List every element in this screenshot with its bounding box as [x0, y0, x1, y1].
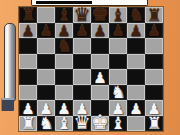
- square-a5[interactable]: [19, 54, 37, 70]
- square-d7[interactable]: ♟: [73, 23, 91, 39]
- square-c5[interactable]: [55, 54, 73, 70]
- black-pawn[interactable]: ♟: [129, 24, 142, 39]
- square-f3[interactable]: ♞: [109, 85, 127, 101]
- square-b6[interactable]: [37, 38, 55, 54]
- square-g3[interactable]: [127, 85, 145, 101]
- black-knight[interactable]: ♞: [56, 38, 71, 55]
- square-f1[interactable]: ♝: [109, 116, 127, 132]
- black-knight[interactable]: ♞: [128, 7, 143, 24]
- white-rook[interactable]: ♜: [20, 115, 35, 132]
- square-f6[interactable]: [109, 38, 127, 54]
- black-pawn[interactable]: ♟: [21, 24, 34, 39]
- black-king[interactable]: ♚: [91, 4, 109, 24]
- white-rook[interactable]: ♜: [146, 115, 161, 132]
- square-a3[interactable]: [19, 85, 37, 101]
- black-pawn[interactable]: ♟: [147, 24, 160, 39]
- square-h5[interactable]: [145, 54, 163, 70]
- white-pawn[interactable]: ♟: [93, 71, 106, 86]
- square-e4[interactable]: ♟: [91, 69, 109, 85]
- square-h7[interactable]: ♟: [145, 23, 163, 39]
- black-queen[interactable]: ♛: [73, 5, 90, 24]
- square-d6[interactable]: [73, 38, 91, 54]
- square-d4[interactable]: [73, 69, 91, 85]
- square-a6[interactable]: [19, 38, 37, 54]
- black-bishop[interactable]: ♝: [56, 7, 71, 24]
- square-a7[interactable]: ♟: [19, 23, 37, 39]
- chess-board: ♜♝♛♚♝♞♜♟♟♟♟♟♟♟♟♞♟♞♟♟♟♟♟♟♟♜♞♝♛♚♝♜: [19, 7, 163, 131]
- black-rook[interactable]: ♜: [146, 7, 161, 24]
- square-b4[interactable]: [37, 69, 55, 85]
- square-d1[interactable]: ♛: [73, 116, 91, 132]
- square-g6[interactable]: [127, 38, 145, 54]
- square-h8[interactable]: ♜: [145, 7, 163, 23]
- square-g4[interactable]: [127, 69, 145, 85]
- square-g8[interactable]: ♞: [127, 7, 145, 23]
- white-knight[interactable]: ♞: [38, 115, 53, 132]
- square-e5[interactable]: [91, 54, 109, 70]
- white-bishop[interactable]: ♝: [110, 115, 125, 132]
- square-d5[interactable]: [73, 54, 91, 70]
- square-g5[interactable]: [127, 54, 145, 70]
- square-b3[interactable]: [37, 85, 55, 101]
- square-c8[interactable]: ♝: [55, 7, 73, 23]
- square-h4[interactable]: [145, 69, 163, 85]
- chess-game-screen: ♜♝♛♚♝♞♜♟♟♟♟♟♟♟♟♞♟♞♟♟♟♟♟♟♟♜♞♝♛♚♝♜: [0, 0, 180, 135]
- white-pawn[interactable]: ♟: [129, 102, 142, 117]
- square-h6[interactable]: [145, 38, 163, 54]
- black-bishop[interactable]: ♝: [110, 7, 125, 24]
- square-b7[interactable]: ♟: [37, 23, 55, 39]
- square-e6[interactable]: [91, 38, 109, 54]
- black-pawn[interactable]: ♟: [111, 24, 124, 39]
- square-a8[interactable]: ♜: [19, 7, 37, 23]
- square-g1[interactable]: [127, 116, 145, 132]
- square-f7[interactable]: ♟: [109, 23, 127, 39]
- black-rook[interactable]: ♜: [20, 7, 35, 24]
- square-f8[interactable]: ♝: [109, 7, 127, 23]
- white-bishop[interactable]: ♝: [56, 115, 71, 132]
- square-h3[interactable]: [145, 85, 163, 101]
- square-b5[interactable]: [37, 54, 55, 70]
- black-pawn[interactable]: ♟: [93, 24, 106, 39]
- square-e1[interactable]: ♚: [91, 116, 109, 132]
- square-c6[interactable]: ♞: [55, 38, 73, 54]
- square-g7[interactable]: ♟: [127, 23, 145, 39]
- square-d3[interactable]: [73, 85, 91, 101]
- square-g2[interactable]: ♟: [127, 100, 145, 116]
- square-c3[interactable]: [55, 85, 73, 101]
- square-c1[interactable]: ♝: [55, 116, 73, 132]
- square-b8[interactable]: [37, 7, 55, 23]
- black-pawn[interactable]: ♟: [75, 24, 88, 39]
- pen-cap-icon: [1, 98, 14, 111]
- white-knight[interactable]: ♞: [110, 84, 125, 101]
- square-b1[interactable]: ♞: [37, 116, 55, 132]
- white-king[interactable]: ♚: [91, 112, 109, 132]
- square-f5[interactable]: [109, 54, 127, 70]
- white-queen[interactable]: ♛: [73, 113, 90, 132]
- square-d8[interactable]: ♛: [73, 7, 91, 23]
- black-pawn[interactable]: ♟: [39, 24, 52, 39]
- square-e7[interactable]: ♟: [91, 23, 109, 39]
- square-e3[interactable]: [91, 85, 109, 101]
- square-h1[interactable]: ♜: [145, 116, 163, 132]
- gray-pen-icon: [4, 23, 16, 103]
- square-a1[interactable]: ♜: [19, 116, 37, 132]
- square-a4[interactable]: [19, 69, 37, 85]
- square-e8[interactable]: ♚: [91, 7, 109, 23]
- square-c4[interactable]: [55, 69, 73, 85]
